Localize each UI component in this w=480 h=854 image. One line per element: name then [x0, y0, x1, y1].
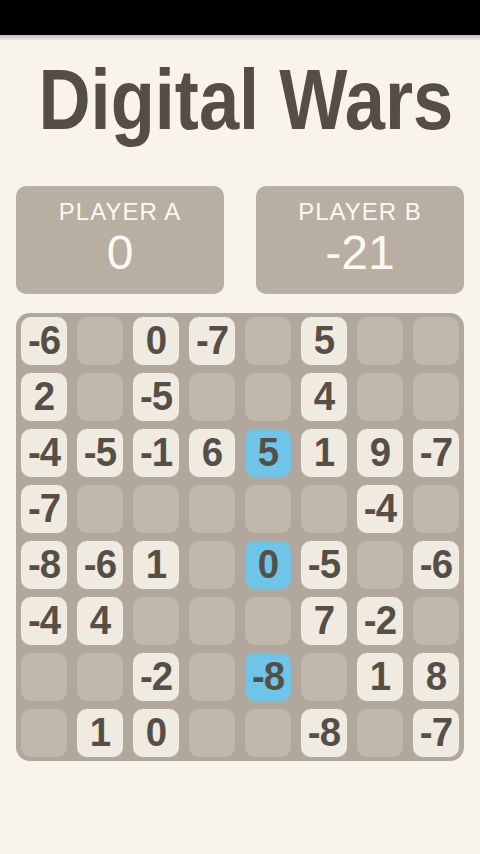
board-cell-r5c1[interactable]: -8 [21, 541, 67, 589]
status-bar [0, 0, 480, 35]
board-cell-r4c3 [133, 485, 179, 533]
board-cell-r8c1 [21, 709, 67, 757]
board-cell-r1c7 [357, 317, 403, 365]
board-cell-r4c8 [413, 485, 459, 533]
board-cell-r1c3[interactable]: 0 [133, 317, 179, 365]
status-bar-shadow [0, 35, 480, 41]
board-cell-r5c6[interactable]: -5 [301, 541, 347, 589]
board-cell-r2c5 [245, 373, 291, 421]
board-cell-r7c4 [189, 653, 235, 701]
board-cell-r4c7[interactable]: -4 [357, 485, 403, 533]
board-cell-r8c2[interactable]: 1 [77, 709, 123, 757]
board-cell-r8c6[interactable]: -8 [301, 709, 347, 757]
board-cell-r8c7 [357, 709, 403, 757]
board-cell-r3c3[interactable]: -1 [133, 429, 179, 477]
board-cell-r2c1[interactable]: 2 [21, 373, 67, 421]
board-cell-r7c2 [77, 653, 123, 701]
board-cell-r2c2 [77, 373, 123, 421]
board-cell-r5c4 [189, 541, 235, 589]
board-cell-r2c8 [413, 373, 459, 421]
board-cell-r4c6 [301, 485, 347, 533]
board-cell-r8c4 [189, 709, 235, 757]
board-cell-r5c7 [357, 541, 403, 589]
board-cell-r6c5 [245, 597, 291, 645]
board-cell-r3c1[interactable]: -4 [21, 429, 67, 477]
board-cell-r6c7[interactable]: -2 [357, 597, 403, 645]
board-cell-r3c4[interactable]: 6 [189, 429, 235, 477]
board-cell-r8c3[interactable]: 0 [133, 709, 179, 757]
board-cell-r6c6[interactable]: 7 [301, 597, 347, 645]
board-cell-r1c6[interactable]: 5 [301, 317, 347, 365]
game-board: -60-752-54-4-5-16519-7-7-4-8-610-5-6-447… [16, 313, 464, 761]
board-cell-r2c4 [189, 373, 235, 421]
board-cell-r2c7 [357, 373, 403, 421]
board-cell-r6c4 [189, 597, 235, 645]
board-cell-r3c8[interactable]: -7 [413, 429, 459, 477]
board-cell-r7c5[interactable]: -8 [245, 653, 291, 701]
board-cell-r4c4 [189, 485, 235, 533]
board-cell-r6c2[interactable]: 4 [77, 597, 123, 645]
player-b-panel: PLAYER B -21 [256, 186, 464, 294]
board-cell-r2c3[interactable]: -5 [133, 373, 179, 421]
board-cell-r1c4[interactable]: -7 [189, 317, 235, 365]
board-cell-r7c7[interactable]: 1 [357, 653, 403, 701]
board-cell-r1c8 [413, 317, 459, 365]
board-cell-r7c8[interactable]: 8 [413, 653, 459, 701]
board-cell-r3c5[interactable]: 5 [245, 429, 291, 477]
player-a-score: 0 [107, 225, 134, 280]
board-cell-r1c1[interactable]: -6 [21, 317, 67, 365]
board-cell-r5c3[interactable]: 1 [133, 541, 179, 589]
board-cell-r6c3 [133, 597, 179, 645]
board-cell-r6c8 [413, 597, 459, 645]
board-cell-r3c6[interactable]: 1 [301, 429, 347, 477]
board-cell-r5c5[interactable]: 0 [245, 541, 291, 589]
player-a-name: PLAYER A [59, 199, 181, 225]
board-cell-r3c7[interactable]: 9 [357, 429, 403, 477]
board-cell-r7c6 [301, 653, 347, 701]
board-cell-r8c8[interactable]: -7 [413, 709, 459, 757]
board-cell-r7c3[interactable]: -2 [133, 653, 179, 701]
player-b-name: PLAYER B [298, 199, 422, 225]
board-cell-r7c1 [21, 653, 67, 701]
board-cell-r1c2 [77, 317, 123, 365]
board-cell-r1c5 [245, 317, 291, 365]
board-cell-r4c2 [77, 485, 123, 533]
board-cell-r5c2[interactable]: -6 [77, 541, 123, 589]
board-cell-r3c2[interactable]: -5 [77, 429, 123, 477]
board-cell-r2c6[interactable]: 4 [301, 373, 347, 421]
board-cell-r8c5 [245, 709, 291, 757]
player-b-score: -21 [325, 225, 394, 280]
app-title: Digital Wars [38, 53, 441, 146]
score-panels: PLAYER A 0 PLAYER B -21 [16, 186, 464, 294]
board-cell-r4c5 [245, 485, 291, 533]
player-a-panel: PLAYER A 0 [16, 186, 224, 294]
board-cell-r5c8[interactable]: -6 [413, 541, 459, 589]
board-cell-r6c1[interactable]: -4 [21, 597, 67, 645]
board-cell-r4c1[interactable]: -7 [21, 485, 67, 533]
